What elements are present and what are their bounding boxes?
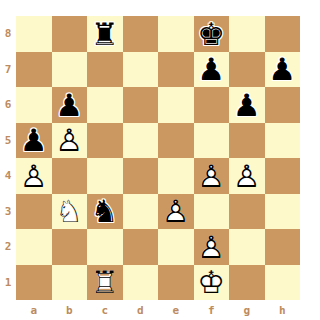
white-pawn[interactable]: ♟♙ [194, 158, 230, 194]
white-pawn[interactable]: ♟♙ [158, 194, 194, 230]
square-f8[interactable]: ♚ [194, 16, 230, 52]
black-pawn[interactable]: ♟ [265, 52, 301, 88]
square-b8[interactable] [52, 16, 88, 52]
square-e3[interactable]: ♟♙ [158, 194, 194, 230]
square-d6[interactable] [123, 87, 159, 123]
square-e7[interactable] [158, 52, 194, 88]
square-h4[interactable] [265, 158, 301, 194]
white-king-outline: ♔ [194, 265, 230, 301]
square-h3[interactable] [265, 194, 301, 230]
square-e2[interactable] [158, 229, 194, 265]
square-g6[interactable]: ♟ [229, 87, 265, 123]
rank-label-6: 6 [0, 87, 16, 123]
square-b7[interactable] [52, 52, 88, 88]
white-pawn[interactable]: ♟♙ [16, 158, 52, 194]
square-d3[interactable] [123, 194, 159, 230]
white-pawn[interactable]: ♟♙ [194, 229, 230, 265]
square-e5[interactable] [158, 123, 194, 159]
rank-label-7: 7 [0, 52, 16, 88]
black-rook[interactable]: ♜ [87, 16, 123, 52]
board: ♜♚♟♟♟♟♟♟♙♟♙♟♙♟♙♞♘♞♟♙♟♙♜♖♚♔ [16, 16, 300, 300]
square-g1[interactable] [229, 265, 265, 301]
square-a8[interactable] [16, 16, 52, 52]
square-b1[interactable] [52, 265, 88, 301]
square-h8[interactable] [265, 16, 301, 52]
rank-label-1: 1 [0, 265, 16, 301]
square-h6[interactable] [265, 87, 301, 123]
black-king[interactable]: ♚ [194, 16, 230, 52]
square-g3[interactable] [229, 194, 265, 230]
white-pawn[interactable]: ♟♙ [229, 158, 265, 194]
white-pawn-outline: ♙ [229, 158, 265, 194]
square-f4[interactable]: ♟♙ [194, 158, 230, 194]
square-a2[interactable] [16, 229, 52, 265]
file-label-e: e [158, 300, 194, 320]
file-label-g: g [229, 300, 265, 320]
white-rook[interactable]: ♜♖ [87, 265, 123, 301]
file-labels: abcdefgh [16, 300, 300, 320]
square-g2[interactable] [229, 229, 265, 265]
square-g8[interactable] [229, 16, 265, 52]
square-d2[interactable] [123, 229, 159, 265]
square-d8[interactable] [123, 16, 159, 52]
rank-label-4: 4 [0, 158, 16, 194]
square-f7[interactable]: ♟ [194, 52, 230, 88]
square-g5[interactable] [229, 123, 265, 159]
square-a1[interactable] [16, 265, 52, 301]
square-a6[interactable] [16, 87, 52, 123]
white-rook-outline: ♖ [87, 265, 123, 301]
rank-labels: 87654321 [0, 16, 16, 300]
black-pawn[interactable]: ♟ [16, 123, 52, 159]
square-d4[interactable] [123, 158, 159, 194]
square-e1[interactable] [158, 265, 194, 301]
square-b5[interactable]: ♟♙ [52, 123, 88, 159]
white-pawn-outline: ♙ [16, 158, 52, 194]
white-pawn-outline: ♙ [194, 158, 230, 194]
square-g7[interactable] [229, 52, 265, 88]
square-f6[interactable] [194, 87, 230, 123]
white-knight[interactable]: ♞♘ [52, 194, 88, 230]
rank-label-8: 8 [0, 16, 16, 52]
square-a3[interactable] [16, 194, 52, 230]
file-label-b: b [52, 300, 88, 320]
square-c2[interactable] [87, 229, 123, 265]
white-king[interactable]: ♚♔ [194, 265, 230, 301]
square-b2[interactable] [52, 229, 88, 265]
square-c8[interactable]: ♜ [87, 16, 123, 52]
square-e6[interactable] [158, 87, 194, 123]
square-c5[interactable] [87, 123, 123, 159]
square-d7[interactable] [123, 52, 159, 88]
square-c3[interactable]: ♞ [87, 194, 123, 230]
file-label-d: d [123, 300, 159, 320]
white-pawn[interactable]: ♟♙ [52, 123, 88, 159]
file-label-a: a [16, 300, 52, 320]
square-c4[interactable] [87, 158, 123, 194]
square-a5[interactable]: ♟ [16, 123, 52, 159]
square-f5[interactable] [194, 123, 230, 159]
square-d1[interactable] [123, 265, 159, 301]
square-a7[interactable] [16, 52, 52, 88]
square-a4[interactable]: ♟♙ [16, 158, 52, 194]
square-f3[interactable] [194, 194, 230, 230]
rank-label-2: 2 [0, 229, 16, 265]
black-pawn[interactable]: ♟ [194, 52, 230, 88]
black-pawn[interactable]: ♟ [52, 87, 88, 123]
file-label-c: c [87, 300, 123, 320]
square-c6[interactable] [87, 87, 123, 123]
square-b4[interactable] [52, 158, 88, 194]
square-d5[interactable] [123, 123, 159, 159]
white-knight-outline: ♘ [52, 194, 88, 230]
chess-diagram: 87654321 ♜♚♟♟♟♟♟♟♙♟♙♟♙♟♙♞♘♞♟♙♟♙♜♖♚♔ abcd… [0, 0, 320, 320]
square-f2[interactable]: ♟♙ [194, 229, 230, 265]
file-label-h: h [265, 300, 301, 320]
square-h5[interactable] [265, 123, 301, 159]
square-b3[interactable]: ♞♘ [52, 194, 88, 230]
square-h2[interactable] [265, 229, 301, 265]
white-pawn-outline: ♙ [52, 123, 88, 159]
white-pawn-outline: ♙ [158, 194, 194, 230]
square-e4[interactable] [158, 158, 194, 194]
square-c1[interactable]: ♜♖ [87, 265, 123, 301]
rank-label-3: 3 [0, 194, 16, 230]
file-label-f: f [194, 300, 230, 320]
square-f1[interactable]: ♚♔ [194, 265, 230, 301]
square-b6[interactable]: ♟ [52, 87, 88, 123]
square-e8[interactable] [158, 16, 194, 52]
square-h1[interactable] [265, 265, 301, 301]
square-g4[interactable]: ♟♙ [229, 158, 265, 194]
black-knight[interactable]: ♞ [87, 194, 123, 230]
square-h7[interactable]: ♟ [265, 52, 301, 88]
white-pawn-outline: ♙ [194, 229, 230, 265]
rank-label-5: 5 [0, 123, 16, 159]
square-c7[interactable] [87, 52, 123, 88]
black-pawn[interactable]: ♟ [229, 87, 265, 123]
